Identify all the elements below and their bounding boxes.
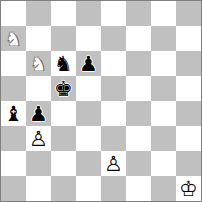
- piece-black-king: ♚: [51, 76, 76, 101]
- square-f3[interactable]: [126, 126, 151, 151]
- square-a7[interactable]: ♞♘: [1, 26, 26, 51]
- square-g6[interactable]: [151, 51, 176, 76]
- square-f7[interactable]: [126, 26, 151, 51]
- square-a3[interactable]: [1, 126, 26, 151]
- piece-white-pawn: ♟♙: [101, 151, 126, 176]
- square-e2[interactable]: ♟♙: [101, 151, 126, 176]
- square-f8[interactable]: [126, 1, 151, 26]
- square-c5[interactable]: ♚: [51, 76, 76, 101]
- piece-white-pawn: ♟♙: [26, 126, 51, 151]
- square-g3[interactable]: [151, 126, 176, 151]
- square-b4[interactable]: ♟: [26, 101, 51, 126]
- square-d3[interactable]: [76, 126, 101, 151]
- square-f6[interactable]: [126, 51, 151, 76]
- square-h3[interactable]: [176, 126, 201, 151]
- square-f4[interactable]: [126, 101, 151, 126]
- square-h1[interactable]: ♚♔: [176, 176, 201, 201]
- white-knight-icon: ♘: [1, 26, 26, 51]
- piece-black-pawn: ♟: [76, 51, 101, 76]
- square-e4[interactable]: [101, 101, 126, 126]
- piece-black-bishop: ♝: [1, 101, 26, 126]
- piece-black-knight: ♞: [51, 51, 76, 76]
- square-d1[interactable]: [76, 176, 101, 201]
- square-g5[interactable]: [151, 76, 176, 101]
- square-b5[interactable]: [26, 76, 51, 101]
- square-d6[interactable]: ♟: [76, 51, 101, 76]
- square-d5[interactable]: [76, 76, 101, 101]
- piece-white-knight: ♞♘: [1, 26, 26, 51]
- square-g1[interactable]: [151, 176, 176, 201]
- square-g8[interactable]: [151, 1, 176, 26]
- square-d7[interactable]: [76, 26, 101, 51]
- square-b1[interactable]: [26, 176, 51, 201]
- square-g4[interactable]: [151, 101, 176, 126]
- square-h8[interactable]: [176, 1, 201, 26]
- square-b7[interactable]: [26, 26, 51, 51]
- white-king-icon: ♔: [176, 176, 201, 201]
- square-a1[interactable]: [1, 176, 26, 201]
- square-f2[interactable]: [126, 151, 151, 176]
- square-g7[interactable]: [151, 26, 176, 51]
- white-pawn-icon: ♙: [26, 126, 51, 151]
- square-a5[interactable]: [1, 76, 26, 101]
- black-pawn-icon: ♟: [76, 51, 101, 76]
- square-b3[interactable]: ♟♙: [26, 126, 51, 151]
- piece-white-knight: ♞♘: [26, 51, 51, 76]
- square-c2[interactable]: [51, 151, 76, 176]
- square-b6[interactable]: ♞♘: [26, 51, 51, 76]
- square-a4[interactable]: ♝: [1, 101, 26, 126]
- square-c4[interactable]: [51, 101, 76, 126]
- chess-board: ♞♘♞♘♞♟♚♝♟♟♙♟♙♚♔: [1, 1, 201, 201]
- square-h7[interactable]: [176, 26, 201, 51]
- white-pawn-icon: ♙: [101, 151, 126, 176]
- square-d8[interactable]: [76, 1, 101, 26]
- chess-board-frame: ♞♘♞♘♞♟♚♝♟♟♙♟♙♚♔: [0, 0, 202, 202]
- square-e5[interactable]: [101, 76, 126, 101]
- black-pawn-icon: ♟: [26, 101, 51, 126]
- square-h2[interactable]: [176, 151, 201, 176]
- square-e6[interactable]: [101, 51, 126, 76]
- square-c7[interactable]: [51, 26, 76, 51]
- square-a8[interactable]: [1, 1, 26, 26]
- square-h5[interactable]: [176, 76, 201, 101]
- piece-black-pawn: ♟: [26, 101, 51, 126]
- square-c3[interactable]: [51, 126, 76, 151]
- square-c6[interactable]: ♞: [51, 51, 76, 76]
- piece-white-king: ♚♔: [176, 176, 201, 201]
- square-e3[interactable]: [101, 126, 126, 151]
- square-e7[interactable]: [101, 26, 126, 51]
- square-h4[interactable]: [176, 101, 201, 126]
- black-bishop-icon: ♝: [1, 101, 26, 126]
- square-c1[interactable]: [51, 176, 76, 201]
- square-f5[interactable]: [126, 76, 151, 101]
- square-d2[interactable]: [76, 151, 101, 176]
- black-king-icon: ♚: [51, 76, 76, 101]
- square-f1[interactable]: [126, 176, 151, 201]
- square-a6[interactable]: [1, 51, 26, 76]
- square-e8[interactable]: [101, 1, 126, 26]
- square-c8[interactable]: [51, 1, 76, 26]
- square-h6[interactable]: [176, 51, 201, 76]
- square-a2[interactable]: [1, 151, 26, 176]
- square-b8[interactable]: [26, 1, 51, 26]
- black-knight-icon: ♞: [51, 51, 76, 76]
- square-b2[interactable]: [26, 151, 51, 176]
- square-e1[interactable]: [101, 176, 126, 201]
- square-d4[interactable]: [76, 101, 101, 126]
- square-g2[interactable]: [151, 151, 176, 176]
- white-knight-icon: ♘: [26, 51, 51, 76]
